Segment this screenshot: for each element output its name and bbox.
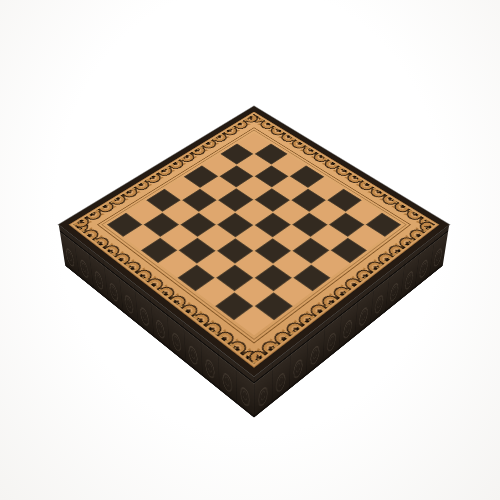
product-photo-background — [0, 0, 500, 500]
board-top-face — [59, 106, 449, 376]
chess-board-box — [59, 107, 449, 377]
leather-playing-field — [69, 112, 440, 368]
